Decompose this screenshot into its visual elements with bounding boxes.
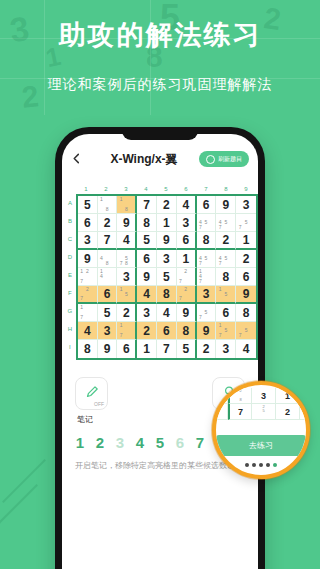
cell-value: 3	[222, 342, 229, 356]
magnifier-bubble: 7828314845725245 去练习	[212, 381, 310, 479]
candidate-grid: 45	[301, 405, 310, 418]
cell-value: 5	[143, 233, 150, 247]
sudoku-cell-E7[interactable]: 147	[197, 268, 217, 286]
cell-value: 5	[163, 270, 170, 284]
notes-toggle-button[interactable]: OFF	[75, 377, 108, 410]
cell-value: 3	[143, 306, 150, 320]
phone-mockup: X-Wing/x-翼 刷新题目 123456789 ABCDEFGHI 5181…	[55, 127, 265, 569]
pagination-dots	[216, 463, 306, 467]
cell-value: 6	[104, 287, 111, 301]
numpad-digit-7[interactable]: 7	[193, 434, 207, 451]
cell-value: 5	[182, 342, 189, 356]
cell-value: 1	[143, 342, 150, 356]
cell-value: 7	[104, 233, 111, 247]
sudoku-cell-H3[interactable]: 17	[117, 322, 137, 340]
row-label: C	[64, 230, 76, 248]
cell-value: 9	[104, 342, 111, 356]
sudoku-cell-G9[interactable]: 8	[236, 304, 256, 322]
app-header: X-Wing/x-翼 刷新题目	[62, 149, 258, 169]
sudoku-cell-I6[interactable]: 5	[177, 340, 197, 358]
row-label: D	[64, 248, 76, 266]
cell-value: 7	[143, 198, 150, 212]
column-label: 4	[136, 184, 156, 194]
sudoku-cell-B6[interactable]: 3	[177, 214, 197, 232]
sudoku-cell-A8[interactable]: 9	[216, 196, 236, 214]
candidate-grid: 17	[79, 305, 96, 320]
sudoku-cell-C4[interactable]: 5	[137, 232, 157, 250]
sudoku-cell-I8[interactable]: 3	[216, 340, 236, 358]
cell-value: 3	[203, 287, 210, 301]
sudoku-cell-E2[interactable]: 14	[98, 268, 118, 286]
cell-value: 6	[123, 342, 130, 356]
cell-value: 6	[163, 324, 170, 338]
magnified-cell: 1	[276, 388, 300, 404]
candidate-grid: 18	[118, 197, 134, 212]
sudoku-cell-H9[interactable]: 57	[236, 322, 256, 340]
sudoku-cell-I3[interactable]: 6	[117, 340, 137, 358]
cell-value: 4	[84, 324, 91, 338]
sudoku-cell-E5[interactable]: 5	[157, 268, 177, 286]
pagination-dot	[252, 463, 256, 467]
cell-value: 2	[285, 407, 290, 417]
cell-value: 1	[285, 391, 290, 401]
column-label: 8	[216, 184, 236, 194]
sudoku-cell-A1[interactable]: 5	[78, 196, 98, 214]
row-label: H	[64, 320, 76, 338]
cell-value: 2	[222, 233, 229, 247]
sudoku-cell-E6[interactable]: 27	[177, 268, 197, 286]
row-label: E	[64, 266, 76, 284]
magnified-cell: 28	[228, 388, 252, 404]
sudoku-cell-F6[interactable]: 27	[177, 286, 197, 304]
sudoku-cell-B3[interactable]: 9	[117, 214, 137, 232]
sudoku-cell-F9[interactable]: 9	[236, 286, 256, 304]
sudoku-cell-A9[interactable]: 3	[236, 196, 256, 214]
sudoku-cell-D4[interactable]: 6	[137, 250, 157, 268]
candidate-grid: 25	[253, 405, 274, 418]
sudoku-cell-A5[interactable]: 2	[157, 196, 177, 214]
cell-value: 8	[143, 216, 150, 230]
row-label: F	[64, 284, 76, 302]
sudoku-cell-G7[interactable]: 57	[197, 304, 217, 322]
magnified-cell: 3	[252, 388, 276, 404]
cell-value: 6	[222, 306, 229, 320]
cell-value: 4	[123, 233, 130, 247]
sudoku-cell-C6[interactable]: 6	[177, 232, 197, 250]
candidate-grid: 127	[79, 269, 96, 284]
cell-value: 4	[163, 306, 170, 320]
cell-value: 3	[163, 252, 170, 266]
sudoku-cell-C1[interactable]: 3	[78, 232, 98, 250]
sudoku-cell-I2[interactable]: 9	[98, 340, 118, 358]
cell-value: 8	[203, 233, 210, 247]
candidate-grid: 457	[217, 215, 234, 230]
sudoku-cell-A3[interactable]: 18	[117, 196, 137, 214]
row-labels: ABCDEFGHI	[64, 194, 76, 360]
sudoku-grid: 5181872469362981345745757374596821948578…	[76, 194, 258, 360]
sudoku-cell-G8[interactable]: 6	[216, 304, 236, 322]
notes-label: 笔记	[77, 414, 108, 425]
sudoku-cell-A2[interactable]: 18	[98, 196, 118, 214]
sudoku-cell-H1[interactable]: 4	[78, 322, 98, 340]
cell-value: 2	[243, 252, 250, 266]
sudoku-cell-B2[interactable]: 2	[98, 214, 118, 232]
sudoku-cell-I9[interactable]: 4	[236, 340, 256, 358]
sudoku-cell-C5[interactable]: 9	[157, 232, 177, 250]
sudoku-cell-G6[interactable]: 9	[177, 304, 197, 322]
sudoku-cell-F4[interactable]: 4	[137, 286, 157, 304]
cell-value: 8	[182, 324, 189, 338]
pagination-dot	[259, 463, 263, 467]
numpad-digit-3[interactable]: 3	[113, 434, 127, 451]
sudoku-cell-C8[interactable]: 2	[216, 232, 236, 250]
notes-state-badge: OFF	[94, 401, 104, 407]
sudoku-cell-F8[interactable]: 15	[216, 286, 236, 304]
row-label: I	[64, 338, 76, 356]
cell-value: 9	[243, 287, 250, 301]
candidate-grid: 57	[237, 215, 255, 230]
sudoku-cell-I1[interactable]: 8	[78, 340, 98, 358]
sudoku-cell-H8[interactable]: 157	[216, 322, 236, 340]
cell-value: 6	[143, 252, 150, 266]
candidate-grid: 18	[99, 197, 116, 212]
sudoku-cell-D3[interactable]: 578	[117, 250, 137, 268]
sudoku-cell-B8[interactable]: 457	[216, 214, 236, 232]
cell-value: 2	[104, 216, 111, 230]
sudoku-cell-F2[interactable]: 6	[98, 286, 118, 304]
cell-value: 1	[163, 216, 170, 230]
cell-value: 1	[182, 252, 189, 266]
sudoku-cell-D8[interactable]: 457	[216, 250, 236, 268]
candidate-grid: 15	[118, 287, 134, 301]
cell-value: 8	[222, 270, 229, 284]
refresh-icon	[206, 155, 215, 164]
column-label: 2	[96, 184, 116, 194]
sudoku-cell-D1[interactable]: 9	[78, 250, 98, 268]
candidate-grid: 27	[178, 269, 194, 284]
sudoku-cell-B7[interactable]: 457	[197, 214, 217, 232]
sudoku-cell-C7[interactable]: 8	[197, 232, 217, 250]
cell-value: 9	[203, 324, 210, 338]
numpad-digit-1[interactable]: 1	[73, 434, 87, 451]
candidate-grid: 28	[231, 389, 250, 402]
go-practice-button[interactable]: 去练习	[216, 435, 306, 456]
numpad-digit-2[interactable]: 2	[93, 434, 107, 451]
numpad-digit-6[interactable]: 6	[173, 434, 187, 451]
cell-value: 4	[182, 198, 189, 212]
cell-value: 9	[182, 306, 189, 320]
sudoku-cell-D5[interactable]: 3	[157, 250, 177, 268]
cell-value: 4	[143, 287, 150, 301]
sudoku-cell-H2[interactable]: 3	[98, 322, 118, 340]
cell-value: 9	[143, 270, 150, 284]
candidate-grid: 27	[79, 287, 96, 301]
sudoku-cell-A7[interactable]: 6	[197, 196, 217, 214]
numpad-digit-4[interactable]: 4	[133, 434, 147, 451]
phone-notch	[122, 127, 198, 140]
candidate-grid: 57	[198, 305, 215, 320]
cell-value: 2	[123, 306, 130, 320]
sudoku-cell-G2[interactable]: 5	[98, 304, 118, 322]
puzzle-title: X-Wing/x-翼	[89, 151, 199, 168]
sudoku-cell-E4[interactable]: 9	[137, 268, 157, 286]
page-subtitle: 理论和案例后的练习巩固理解解法	[0, 76, 320, 94]
cell-value: 9	[222, 198, 229, 212]
sudoku-cell-G5[interactable]: 4	[157, 304, 177, 322]
cell-value: 6	[84, 216, 91, 230]
sudoku-cell-B5[interactable]: 1	[157, 214, 177, 232]
sudoku-cell-I5[interactable]: 7	[157, 340, 177, 358]
candidate-grid: 457	[217, 251, 234, 266]
sudoku-cell-D9[interactable]: 2	[236, 250, 256, 268]
cell-value: 3	[243, 198, 250, 212]
cell-value: 9	[123, 216, 130, 230]
sudoku-cell-D6[interactable]: 1	[177, 250, 197, 268]
magnified-cell: 45	[300, 404, 310, 420]
column-label: 9	[236, 184, 256, 194]
phone-screen: X-Wing/x-翼 刷新题目 123456789 ABCDEFGHI 5181…	[62, 134, 258, 569]
chevron-left-icon	[71, 152, 82, 167]
cell-value: 7	[238, 407, 243, 417]
cell-value: 6	[203, 198, 210, 212]
sudoku-cell-B1[interactable]: 6	[78, 214, 98, 232]
candidate-grid: 57	[237, 323, 255, 338]
pagination-dot	[245, 463, 249, 467]
cell-value: 8	[163, 287, 170, 301]
candidate-grid: 17	[118, 323, 134, 338]
sudoku-cell-C9[interactable]: 1	[236, 232, 256, 250]
sudoku-cell-C2[interactable]: 7	[98, 232, 118, 250]
sudoku-cell-F7[interactable]: 3	[197, 286, 217, 304]
refresh-label: 刷新题目	[218, 155, 242, 164]
row-label: G	[64, 302, 76, 320]
magnified-cell: 7	[228, 404, 252, 420]
column-labels: 123456789	[76, 184, 258, 194]
cell-value: 2	[163, 198, 170, 212]
cell-value: 3	[123, 270, 130, 284]
sudoku-board: 123456789 ABCDEFGHI 51818724693629813457…	[62, 184, 258, 360]
candidate-grid: 15	[217, 287, 234, 301]
candidate-grid: 457	[198, 215, 215, 230]
cell-value: 5	[84, 198, 91, 212]
cell-value: 2	[143, 324, 150, 338]
candidate-grid: 27	[178, 287, 194, 301]
back-button[interactable]	[71, 152, 89, 167]
sudoku-cell-D2[interactable]: 48	[98, 250, 118, 268]
sudoku-cell-C3[interactable]: 4	[117, 232, 137, 250]
sudoku-cell-A6[interactable]: 4	[177, 196, 197, 214]
cell-value: 3	[84, 233, 91, 247]
sudoku-cell-A4[interactable]: 7	[137, 196, 157, 214]
sudoku-cell-H7[interactable]: 9	[197, 322, 217, 340]
sudoku-cell-H5[interactable]: 6	[157, 322, 177, 340]
sudoku-cell-B9[interactable]: 57	[236, 214, 256, 232]
sudoku-cell-E1[interactable]: 127	[78, 268, 98, 286]
page-title: 助攻的解法练习	[0, 17, 320, 53]
numpad-digit-5[interactable]: 5	[153, 434, 167, 451]
candidate-grid: 48	[99, 251, 116, 266]
sudoku-cell-H6[interactable]: 8	[177, 322, 197, 340]
promo-page: { "game": "sudoku", "position": "5007246…	[0, 0, 320, 569]
column-label: 7	[196, 184, 216, 194]
sudoku-cell-I7[interactable]: 2	[197, 340, 217, 358]
cell-value: 2	[203, 342, 210, 356]
cell-value: 3	[104, 324, 111, 338]
candidate-grid: 147	[198, 269, 215, 284]
magnified-cell: 48	[300, 388, 310, 404]
sudoku-cell-F3[interactable]: 15	[117, 286, 137, 304]
column-label: 6	[176, 184, 196, 194]
cell-value: 8	[243, 306, 250, 320]
row-label: A	[64, 194, 76, 212]
sudoku-cell-E9[interactable]: 6	[236, 268, 256, 286]
candidate-grid: 48	[301, 389, 310, 402]
cell-value: 9	[84, 252, 91, 266]
cell-value: 8	[84, 342, 91, 356]
magnified-cell: 25	[252, 404, 276, 420]
row-label: B	[64, 212, 76, 230]
cell-value: 1	[243, 233, 250, 247]
pagination-dot	[273, 463, 277, 467]
sudoku-cell-B4[interactable]: 8	[137, 214, 157, 232]
sudoku-cell-E3[interactable]: 3	[117, 268, 137, 286]
magnified-cell: 2	[276, 404, 300, 420]
sudoku-cell-E8[interactable]: 8	[216, 268, 236, 286]
column-label: 1	[76, 184, 96, 194]
cell-value: 6	[243, 270, 250, 284]
sudoku-cell-G3[interactable]: 2	[117, 304, 137, 322]
cell-value: 7	[163, 342, 170, 356]
sudoku-cell-I4[interactable]: 1	[137, 340, 157, 358]
cell-value: 4	[243, 342, 250, 356]
candidate-grid: 578	[118, 251, 134, 266]
candidate-grid: 14	[99, 269, 116, 284]
candidate-grid: 457	[198, 251, 215, 266]
cell-value: 3	[182, 216, 189, 230]
column-label: 3	[116, 184, 136, 194]
sudoku-cell-F1[interactable]: 27	[78, 286, 98, 304]
pagination-dot	[266, 463, 270, 467]
column-label: 5	[156, 184, 176, 194]
sudoku-cell-G1[interactable]: 17	[78, 304, 98, 322]
sudoku-cell-F5[interactable]: 8	[157, 286, 177, 304]
refresh-puzzle-button[interactable]: 刷新题目	[199, 151, 249, 167]
cell-value: 5	[104, 306, 111, 320]
sudoku-cell-G4[interactable]: 3	[137, 304, 157, 322]
sudoku-cell-H4[interactable]: 2	[137, 322, 157, 340]
pencil-icon	[85, 385, 99, 402]
cell-value: 6	[182, 233, 189, 247]
candidate-grid: 157	[217, 323, 234, 338]
cell-value: 3	[261, 391, 266, 401]
sudoku-cell-D7[interactable]: 457	[197, 250, 217, 268]
cell-value: 9	[163, 233, 170, 247]
